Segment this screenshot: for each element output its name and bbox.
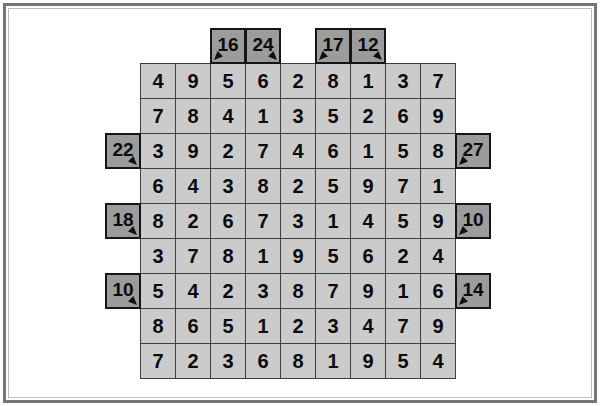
cell-r7c7[interactable]: 9: [350, 273, 386, 309]
cell-r3c8[interactable]: 5: [385, 133, 421, 169]
cell-r7c9[interactable]: 6: [420, 273, 456, 309]
clue-left-3: 22: [105, 133, 141, 169]
cell-r9c7[interactable]: 9: [350, 343, 386, 379]
cell-r1c2[interactable]: 9: [175, 63, 211, 99]
cell-r5c5[interactable]: 3: [280, 203, 316, 239]
cell-r7c8[interactable]: 1: [385, 273, 421, 309]
cell-r9c3[interactable]: 3: [210, 343, 246, 379]
clue-right-7: 14: [455, 273, 491, 309]
cell-r6c7[interactable]: 6: [350, 238, 386, 274]
cell-r3c4[interactable]: 7: [245, 133, 281, 169]
cell-r3c5[interactable]: 4: [280, 133, 316, 169]
clue-top-3: 16: [210, 28, 246, 64]
cell-r8c6[interactable]: 3: [315, 308, 351, 344]
cell-r8c7[interactable]: 4: [350, 308, 386, 344]
cell-r6c1[interactable]: 3: [140, 238, 176, 274]
cell-r4c9[interactable]: 1: [420, 168, 456, 204]
cell-r2c8[interactable]: 6: [385, 98, 421, 134]
clue-left-7: 10: [105, 273, 141, 309]
cell-r9c4[interactable]: 6: [245, 343, 281, 379]
cell-r9c5[interactable]: 8: [280, 343, 316, 379]
cell-r2c2[interactable]: 8: [175, 98, 211, 134]
cell-r8c5[interactable]: 2: [280, 308, 316, 344]
cell-r6c3[interactable]: 8: [210, 238, 246, 274]
clue-left-5: 18: [105, 203, 141, 239]
cell-r5c2[interactable]: 2: [175, 203, 211, 239]
cell-r4c7[interactable]: 9: [350, 168, 386, 204]
clue-top-7: 12: [350, 28, 386, 64]
cell-r2c1[interactable]: 7: [140, 98, 176, 134]
cell-r3c9[interactable]: 8: [420, 133, 456, 169]
cell-r4c8[interactable]: 7: [385, 168, 421, 204]
cell-r5c3[interactable]: 6: [210, 203, 246, 239]
puzzle-board: 4956281377841352693927461586438259718267…: [105, 28, 491, 379]
cell-r1c1[interactable]: 4: [140, 63, 176, 99]
cell-r8c2[interactable]: 6: [175, 308, 211, 344]
cell-r6c8[interactable]: 2: [385, 238, 421, 274]
cell-r6c2[interactable]: 7: [175, 238, 211, 274]
cell-r5c7[interactable]: 4: [350, 203, 386, 239]
cell-r7c4[interactable]: 3: [245, 273, 281, 309]
cell-r4c5[interactable]: 2: [280, 168, 316, 204]
cell-r8c1[interactable]: 8: [140, 308, 176, 344]
cell-r1c5[interactable]: 2: [280, 63, 316, 99]
cell-r3c3[interactable]: 2: [210, 133, 246, 169]
clue-right-3: 27: [455, 133, 491, 169]
cell-r1c3[interactable]: 5: [210, 63, 246, 99]
cell-r1c4[interactable]: 6: [245, 63, 281, 99]
cell-r6c6[interactable]: 5: [315, 238, 351, 274]
clue-right-5: 10: [455, 203, 491, 239]
cell-r1c7[interactable]: 1: [350, 63, 386, 99]
cell-r8c4[interactable]: 1: [245, 308, 281, 344]
cell-r2c6[interactable]: 5: [315, 98, 351, 134]
cell-r4c1[interactable]: 6: [140, 168, 176, 204]
cell-r8c9[interactable]: 9: [420, 308, 456, 344]
cell-r5c4[interactable]: 7: [245, 203, 281, 239]
cell-r7c1[interactable]: 5: [140, 273, 176, 309]
cell-r2c5[interactable]: 3: [280, 98, 316, 134]
cell-r1c9[interactable]: 7: [420, 63, 456, 99]
cell-r2c4[interactable]: 1: [245, 98, 281, 134]
cell-r6c9[interactable]: 4: [420, 238, 456, 274]
clue-top-4: 24: [245, 28, 281, 64]
cell-r9c8[interactable]: 5: [385, 343, 421, 379]
cell-r7c3[interactable]: 2: [210, 273, 246, 309]
cell-r4c6[interactable]: 5: [315, 168, 351, 204]
cell-r9c2[interactable]: 2: [175, 343, 211, 379]
cell-r8c8[interactable]: 7: [385, 308, 421, 344]
cell-r3c6[interactable]: 6: [315, 133, 351, 169]
cell-r3c2[interactable]: 9: [175, 133, 211, 169]
cell-r8c3[interactable]: 5: [210, 308, 246, 344]
cell-r6c4[interactable]: 1: [245, 238, 281, 274]
cell-r5c8[interactable]: 5: [385, 203, 421, 239]
cell-r9c1[interactable]: 7: [140, 343, 176, 379]
cell-r7c5[interactable]: 8: [280, 273, 316, 309]
puzzle-page: { "game": "diagonal-sums number grid puz…: [0, 0, 600, 406]
cell-r3c7[interactable]: 1: [350, 133, 386, 169]
cell-r3c1[interactable]: 3: [140, 133, 176, 169]
cell-r1c6[interactable]: 8: [315, 63, 351, 99]
cell-r9c6[interactable]: 1: [315, 343, 351, 379]
cell-r5c6[interactable]: 1: [315, 203, 351, 239]
cell-r7c6[interactable]: 7: [315, 273, 351, 309]
cell-r4c4[interactable]: 8: [245, 168, 281, 204]
cell-r5c9[interactable]: 9: [420, 203, 456, 239]
cell-r4c2[interactable]: 4: [175, 168, 211, 204]
cell-r2c9[interactable]: 9: [420, 98, 456, 134]
cell-r6c5[interactable]: 9: [280, 238, 316, 274]
cell-r2c7[interactable]: 2: [350, 98, 386, 134]
cell-r4c3[interactable]: 3: [210, 168, 246, 204]
clue-top-6: 17: [315, 28, 351, 64]
cell-r2c3[interactable]: 4: [210, 98, 246, 134]
cell-r9c9[interactable]: 4: [420, 343, 456, 379]
cell-r7c2[interactable]: 4: [175, 273, 211, 309]
cell-r1c8[interactable]: 3: [385, 63, 421, 99]
cell-r5c1[interactable]: 8: [140, 203, 176, 239]
